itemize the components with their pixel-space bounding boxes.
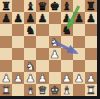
black-rook[interactable]: ♜ <box>1 0 11 11</box>
square-h7[interactable]: ♟ <box>85 12 97 24</box>
white-pawn[interactable]: ♟ <box>1 72 11 83</box>
white-knight[interactable]: ♞ <box>50 36 60 47</box>
square-f5[interactable] <box>61 36 73 48</box>
square-b4[interactable] <box>12 48 24 60</box>
square-g5[interactable] <box>73 36 85 48</box>
square-d7[interactable]: ♟ <box>36 12 48 24</box>
square-f6[interactable]: ♞ <box>61 24 73 36</box>
black-rook[interactable]: ♜ <box>86 0 96 11</box>
square-c1[interactable]: ♝ <box>24 84 36 96</box>
square-g2[interactable]: ♟ <box>73 72 85 84</box>
white-bishop[interactable]: ♝ <box>25 84 35 95</box>
white-pawn[interactable]: ♟ <box>62 72 72 83</box>
white-pawn[interactable]: ♟ <box>13 72 23 83</box>
square-f4[interactable] <box>61 48 73 60</box>
white-queen[interactable]: ♛ <box>38 84 48 95</box>
square-b1[interactable] <box>12 84 24 96</box>
black-knight[interactable]: ♞ <box>62 24 72 35</box>
square-h4[interactable] <box>85 48 97 60</box>
black-pawn[interactable]: ♟ <box>62 12 72 23</box>
square-a1[interactable]: ♜ <box>0 84 12 96</box>
square-a5[interactable] <box>0 36 12 48</box>
square-e8[interactable]: ♚ <box>49 0 61 12</box>
white-rook[interactable]: ♜ <box>1 84 11 95</box>
square-d5[interactable] <box>36 36 48 48</box>
black-pawn[interactable]: ♟ <box>1 12 11 23</box>
square-h5[interactable] <box>85 36 97 48</box>
square-a6[interactable] <box>0 24 12 36</box>
white-pawn[interactable]: ♟ <box>50 48 60 59</box>
square-e7[interactable] <box>49 12 61 24</box>
square-b2[interactable]: ♟ <box>12 72 24 84</box>
square-g6[interactable] <box>73 24 85 36</box>
square-b7[interactable]: ♟ <box>12 12 24 24</box>
square-b5[interactable] <box>12 36 24 48</box>
black-king[interactable]: ♚ <box>50 0 60 11</box>
black-pawn[interactable]: ♟ <box>86 12 96 23</box>
white-bishop[interactable]: ♝ <box>62 84 72 95</box>
square-b6[interactable] <box>12 24 24 36</box>
black-queen[interactable]: ♛ <box>38 0 48 11</box>
square-c5[interactable] <box>24 36 36 48</box>
square-d4[interactable] <box>36 48 48 60</box>
chess-board: ♜♝♛♚♝♜♟♟♟♟♟♟♟♞♞♞♟♞♟♟♟♟♟♟♟♜♝♛♚♝♜ <box>0 0 97 96</box>
square-d6[interactable] <box>36 24 48 36</box>
app-background: ♜♝♛♚♝♜♟♟♟♟♟♟♟♞♞♞♟♞♟♟♟♟♟♟♟♜♝♛♚♝♜ <box>0 0 100 99</box>
white-pawn[interactable]: ♟ <box>74 72 84 83</box>
square-g1[interactable] <box>73 84 85 96</box>
square-h6[interactable] <box>85 24 97 36</box>
square-e3[interactable] <box>49 60 61 72</box>
white-pawn[interactable]: ♟ <box>25 72 35 83</box>
square-e4[interactable]: ♟ <box>49 48 61 60</box>
black-pawn[interactable]: ♟ <box>25 12 35 23</box>
square-d1[interactable]: ♛ <box>36 84 48 96</box>
square-f1[interactable]: ♝ <box>61 84 73 96</box>
black-pawn[interactable]: ♟ <box>13 12 23 23</box>
square-a7[interactable]: ♟ <box>0 12 12 24</box>
black-pawn[interactable]: ♟ <box>38 12 48 23</box>
black-bishop[interactable]: ♝ <box>25 0 35 11</box>
black-knight[interactable]: ♞ <box>25 24 35 35</box>
square-a4[interactable] <box>0 48 12 60</box>
black-bishop[interactable]: ♝ <box>62 0 72 11</box>
square-c6[interactable]: ♞ <box>24 24 36 36</box>
white-pawn[interactable]: ♟ <box>86 72 96 83</box>
white-king[interactable]: ♚ <box>50 84 60 95</box>
square-h1[interactable]: ♜ <box>85 84 97 96</box>
white-rook[interactable]: ♜ <box>86 84 96 95</box>
square-g4[interactable] <box>73 48 85 60</box>
black-pawn[interactable]: ♟ <box>74 12 84 23</box>
white-knight[interactable]: ♞ <box>25 60 35 71</box>
square-g7[interactable]: ♟ <box>73 12 85 24</box>
white-pawn[interactable]: ♟ <box>38 72 48 83</box>
square-e1[interactable]: ♚ <box>49 84 61 96</box>
